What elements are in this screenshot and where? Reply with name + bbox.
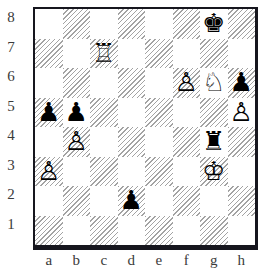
square-f5[interactable] <box>173 98 201 128</box>
square-e1[interactable] <box>145 216 173 246</box>
square-g5[interactable] <box>200 98 228 128</box>
square-e8[interactable] <box>145 9 173 39</box>
white-rook-piece[interactable]: ♖ <box>90 39 118 69</box>
file-label-c: c <box>90 249 118 271</box>
rank-label-8: 8 <box>0 3 22 33</box>
white-pawn-piece[interactable]: ♙ <box>63 127 91 157</box>
square-h6[interactable]: ♟ <box>228 68 256 98</box>
square-g3[interactable]: ♔ <box>200 157 228 187</box>
square-a7[interactable] <box>35 39 63 69</box>
square-h4[interactable] <box>228 127 256 157</box>
file-label-d: d <box>118 249 146 271</box>
square-g6[interactable]: ♘ <box>200 68 228 98</box>
black-rook-piece[interactable]: ♜ <box>200 127 228 157</box>
square-h1[interactable] <box>228 216 256 246</box>
rank-label-2: 2 <box>0 180 22 210</box>
white-pawn-piece[interactable]: ♙ <box>173 68 201 98</box>
rank-label-6: 6 <box>0 62 22 92</box>
square-d3[interactable] <box>118 157 146 187</box>
black-pawn-piece[interactable]: ♟ <box>118 186 146 216</box>
white-knight-piece[interactable]: ♘ <box>200 68 228 98</box>
square-b1[interactable] <box>63 216 91 246</box>
square-d6[interactable] <box>118 68 146 98</box>
square-b2[interactable] <box>63 186 91 216</box>
square-a3[interactable]: ♙ <box>35 157 63 187</box>
square-e4[interactable] <box>145 127 173 157</box>
square-c3[interactable] <box>90 157 118 187</box>
square-h7[interactable] <box>228 39 256 69</box>
square-d1[interactable] <box>118 216 146 246</box>
square-c6[interactable] <box>90 68 118 98</box>
square-f2[interactable] <box>173 186 201 216</box>
square-b7[interactable] <box>63 39 91 69</box>
square-d4[interactable] <box>118 127 146 157</box>
square-b5[interactable]: ♟ <box>63 98 91 128</box>
square-e3[interactable] <box>145 157 173 187</box>
rank-label-3: 3 <box>0 151 22 181</box>
white-pawn-piece[interactable]: ♙ <box>35 157 63 187</box>
square-b3[interactable] <box>63 157 91 187</box>
black-pawn-piece[interactable]: ♟ <box>63 98 91 128</box>
file-label-b: b <box>63 249 91 271</box>
square-f3[interactable] <box>173 157 201 187</box>
white-pawn-piece[interactable]: ♙ <box>228 98 256 128</box>
square-e2[interactable] <box>145 186 173 216</box>
square-d5[interactable] <box>118 98 146 128</box>
square-d7[interactable] <box>118 39 146 69</box>
square-a4[interactable] <box>35 127 63 157</box>
chess-diagram: ♚♖♙♘♟♟♟♙♙♜♙♔♟ 87654321abcdefgh <box>0 0 272 273</box>
square-f6[interactable]: ♙ <box>173 68 201 98</box>
file-label-f: f <box>173 249 201 271</box>
square-a2[interactable] <box>35 186 63 216</box>
square-d2[interactable]: ♟ <box>118 186 146 216</box>
square-e6[interactable] <box>145 68 173 98</box>
rank-label-1: 1 <box>0 210 22 240</box>
black-pawn-piece[interactable]: ♟ <box>35 98 63 128</box>
square-c1[interactable] <box>90 216 118 246</box>
square-c7[interactable]: ♖ <box>90 39 118 69</box>
square-g1[interactable] <box>200 216 228 246</box>
square-c8[interactable] <box>90 9 118 39</box>
square-g7[interactable] <box>200 39 228 69</box>
black-king-piece[interactable]: ♚ <box>200 9 228 39</box>
square-h2[interactable] <box>228 186 256 216</box>
black-pawn-piece[interactable]: ♟ <box>228 68 256 98</box>
file-label-e: e <box>145 249 173 271</box>
square-a5[interactable]: ♟ <box>35 98 63 128</box>
square-g8[interactable]: ♚ <box>200 9 228 39</box>
square-g4[interactable]: ♜ <box>200 127 228 157</box>
square-h8[interactable] <box>228 9 256 39</box>
square-b6[interactable] <box>63 68 91 98</box>
chess-board: ♚♖♙♘♟♟♟♙♙♜♙♔♟ <box>33 7 258 250</box>
file-label-g: g <box>200 249 228 271</box>
white-king-piece[interactable]: ♔ <box>200 157 228 187</box>
square-f1[interactable] <box>173 216 201 246</box>
square-d8[interactable] <box>118 9 146 39</box>
square-g2[interactable] <box>200 186 228 216</box>
rank-label-5: 5 <box>0 92 22 122</box>
square-h3[interactable] <box>228 157 256 187</box>
square-f8[interactable] <box>173 9 201 39</box>
square-a8[interactable] <box>35 9 63 39</box>
square-h5[interactable]: ♙ <box>228 98 256 128</box>
square-e5[interactable] <box>145 98 173 128</box>
file-label-a: a <box>35 249 63 271</box>
square-f7[interactable] <box>173 39 201 69</box>
rank-label-4: 4 <box>0 121 22 151</box>
square-c5[interactable] <box>90 98 118 128</box>
rank-label-7: 7 <box>0 33 22 63</box>
square-a1[interactable] <box>35 216 63 246</box>
square-b8[interactable] <box>63 9 91 39</box>
square-a6[interactable] <box>35 68 63 98</box>
square-c4[interactable] <box>90 127 118 157</box>
square-e7[interactable] <box>145 39 173 69</box>
square-b4[interactable]: ♙ <box>63 127 91 157</box>
square-c2[interactable] <box>90 186 118 216</box>
square-f4[interactable] <box>173 127 201 157</box>
file-label-h: h <box>228 249 256 271</box>
